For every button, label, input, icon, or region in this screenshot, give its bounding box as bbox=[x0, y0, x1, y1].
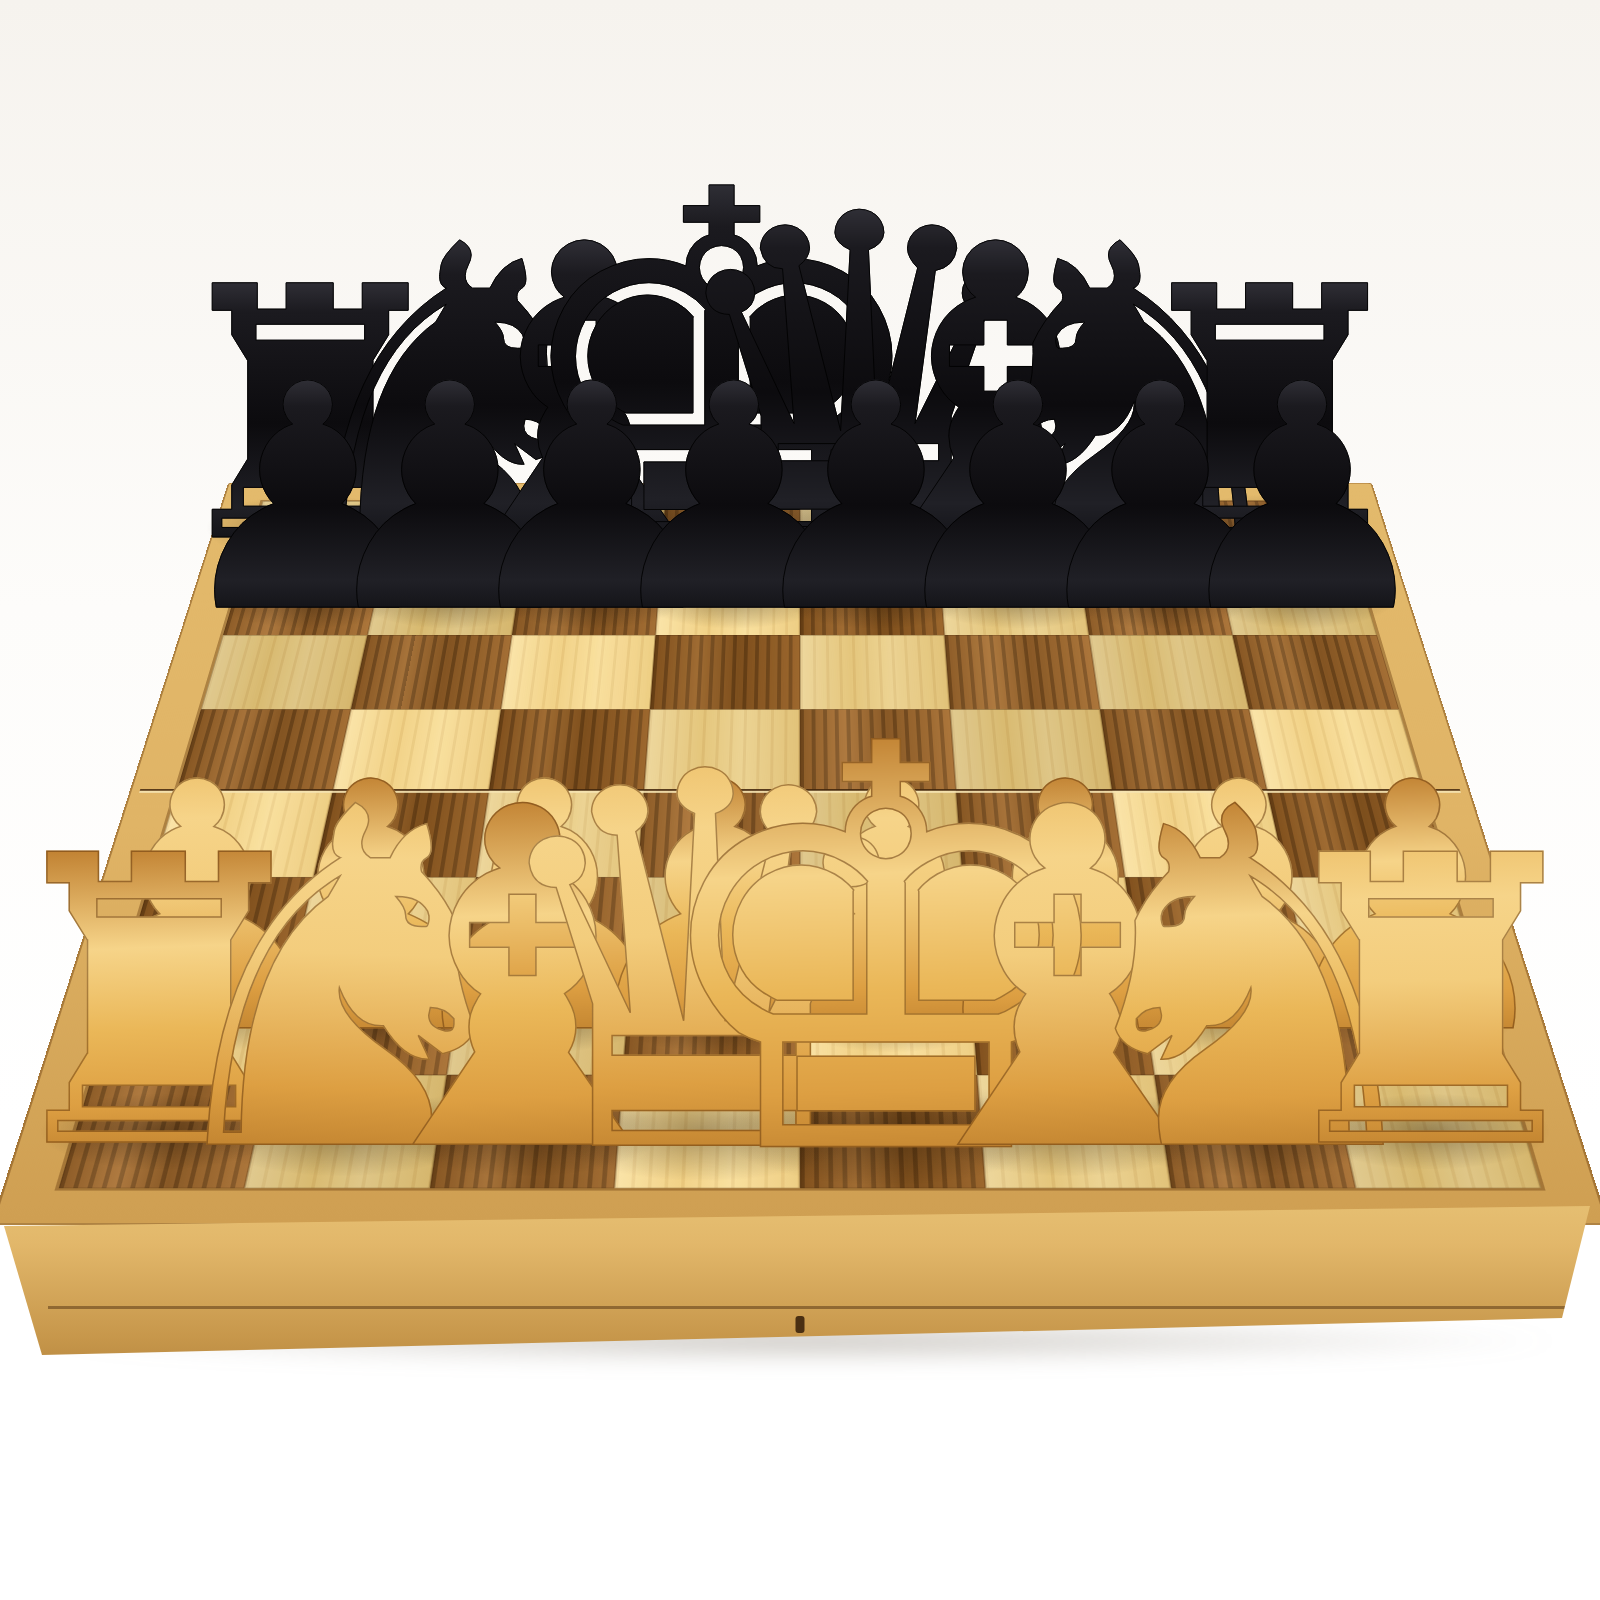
box-clasp-pin bbox=[796, 1316, 805, 1333]
black-pawn-h7[interactable]: ♟ bbox=[1163, 344, 1442, 655]
chess-set-photo: ♜♞♝♚♛♝♞♜♟♟♟♟♟♟♟♟♟♟♟♟♟♟♟♟♜♞♝♛♚♝♞♜ bbox=[0, 0, 1600, 1600]
white-rook-h1[interactable]: ♜ bbox=[1253, 805, 1600, 1203]
